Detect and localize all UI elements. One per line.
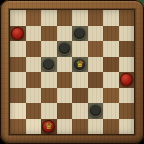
light-square <box>119 88 135 104</box>
light-square <box>10 72 26 88</box>
light-square <box>72 10 88 26</box>
light-square <box>57 57 73 73</box>
square-31[interactable] <box>72 119 88 135</box>
board-frame: ♛♛ <box>0 0 144 144</box>
square-22[interactable] <box>41 88 57 104</box>
square-29[interactable] <box>10 119 26 135</box>
square-3[interactable] <box>88 10 104 26</box>
light-square <box>119 26 135 42</box>
light-square <box>103 72 119 88</box>
square-27[interactable] <box>88 103 104 119</box>
light-square <box>41 72 57 88</box>
light-square <box>10 10 26 26</box>
red-man-piece[interactable] <box>11 27 24 40</box>
light-square <box>88 57 104 73</box>
square-16[interactable] <box>103 57 119 73</box>
square-19[interactable] <box>88 72 104 88</box>
light-square <box>41 41 57 57</box>
square-23[interactable] <box>72 88 88 104</box>
square-5[interactable] <box>10 26 26 42</box>
square-7[interactable] <box>72 26 88 42</box>
black-man-piece[interactable] <box>73 27 86 40</box>
crown-icon: ♛ <box>74 59 85 70</box>
square-18[interactable] <box>57 72 73 88</box>
light-square <box>88 88 104 104</box>
black-king-piece[interactable]: ♛ <box>73 58 86 71</box>
screenshot-root: ♛♛ <box>0 0 144 144</box>
black-man-piece[interactable] <box>58 42 71 55</box>
square-14[interactable] <box>41 57 57 73</box>
light-square <box>41 103 57 119</box>
square-9[interactable] <box>26 41 42 57</box>
light-square <box>103 10 119 26</box>
light-square <box>41 10 57 26</box>
square-20[interactable] <box>119 72 135 88</box>
square-13[interactable] <box>10 57 26 73</box>
light-square <box>119 57 135 73</box>
light-square <box>103 41 119 57</box>
light-square <box>26 57 42 73</box>
square-28[interactable] <box>119 103 135 119</box>
checkers-board[interactable]: ♛♛ <box>10 10 134 134</box>
light-square <box>88 119 104 135</box>
square-32[interactable] <box>103 119 119 135</box>
light-square <box>10 103 26 119</box>
square-1[interactable] <box>26 10 42 26</box>
square-30[interactable]: ♛ <box>41 119 57 135</box>
square-4[interactable] <box>119 10 135 26</box>
square-15[interactable]: ♛ <box>72 57 88 73</box>
square-24[interactable] <box>103 88 119 104</box>
light-square <box>72 72 88 88</box>
light-square <box>72 41 88 57</box>
light-square <box>26 88 42 104</box>
red-king-piece[interactable]: ♛ <box>42 120 55 133</box>
square-2[interactable] <box>57 10 73 26</box>
light-square <box>103 103 119 119</box>
square-17[interactable] <box>26 72 42 88</box>
square-26[interactable] <box>57 103 73 119</box>
light-square <box>26 119 42 135</box>
square-25[interactable] <box>26 103 42 119</box>
light-square <box>119 119 135 135</box>
square-12[interactable] <box>119 41 135 57</box>
black-man-piece[interactable] <box>42 58 55 71</box>
light-square <box>72 103 88 119</box>
light-square <box>57 88 73 104</box>
light-square <box>57 119 73 135</box>
light-square <box>26 26 42 42</box>
light-square <box>57 26 73 42</box>
red-man-piece[interactable] <box>120 73 133 86</box>
square-21[interactable] <box>10 88 26 104</box>
light-square <box>88 26 104 42</box>
square-10[interactable] <box>57 41 73 57</box>
square-8[interactable] <box>103 26 119 42</box>
square-11[interactable] <box>88 41 104 57</box>
black-man-piece[interactable] <box>89 104 102 117</box>
crown-icon: ♛ <box>43 121 54 132</box>
light-square <box>10 41 26 57</box>
square-6[interactable] <box>41 26 57 42</box>
